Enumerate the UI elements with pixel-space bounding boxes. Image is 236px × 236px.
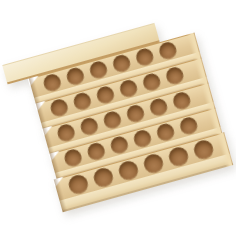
pit-hole-r5c5 [167,145,190,168]
pit-hole-r3c6 [171,90,192,111]
pit-hole-r5c6 [192,138,215,161]
pit-hole-r3c4 [125,103,146,124]
pit-hole-r4c4 [132,128,153,149]
pit-hole-r2c5 [141,72,162,93]
pit-hole-r2c3 [95,85,116,106]
pit-hole-r5c1 [67,173,90,196]
pit-hole-r1c1 [42,72,63,93]
pit-hole-r5c2 [92,166,115,189]
pit-hole-r1c4 [111,53,132,74]
pit-hole-r2c6 [164,65,185,86]
pit-hole-r3c3 [102,110,123,131]
pit-hole-r1c3 [88,60,109,81]
pit-hole-r3c1 [56,123,77,144]
pit-hole-r4c1 [63,148,84,169]
wooden-tiered-rack [2,13,234,220]
pit-hole-r5c3 [117,159,140,182]
pit-hole-r4c2 [86,141,107,162]
pit-hole-r2c2 [72,91,93,112]
pit-hole-r4c6 [178,115,199,136]
pit-hole-r1c5 [134,47,155,68]
pit-hole-r4c3 [109,135,130,156]
pit-hole-r1c2 [65,66,86,87]
pit-hole-r1c6 [157,40,178,61]
pit-hole-r4c5 [155,122,176,143]
pit-hole-r3c2 [79,116,100,137]
pit-hole-r2c1 [49,97,70,118]
pit-hole-r5c4 [142,152,165,175]
pit-hole-r2c4 [118,78,139,99]
pit-hole-r3c5 [148,97,169,118]
photo-background [0,0,236,236]
